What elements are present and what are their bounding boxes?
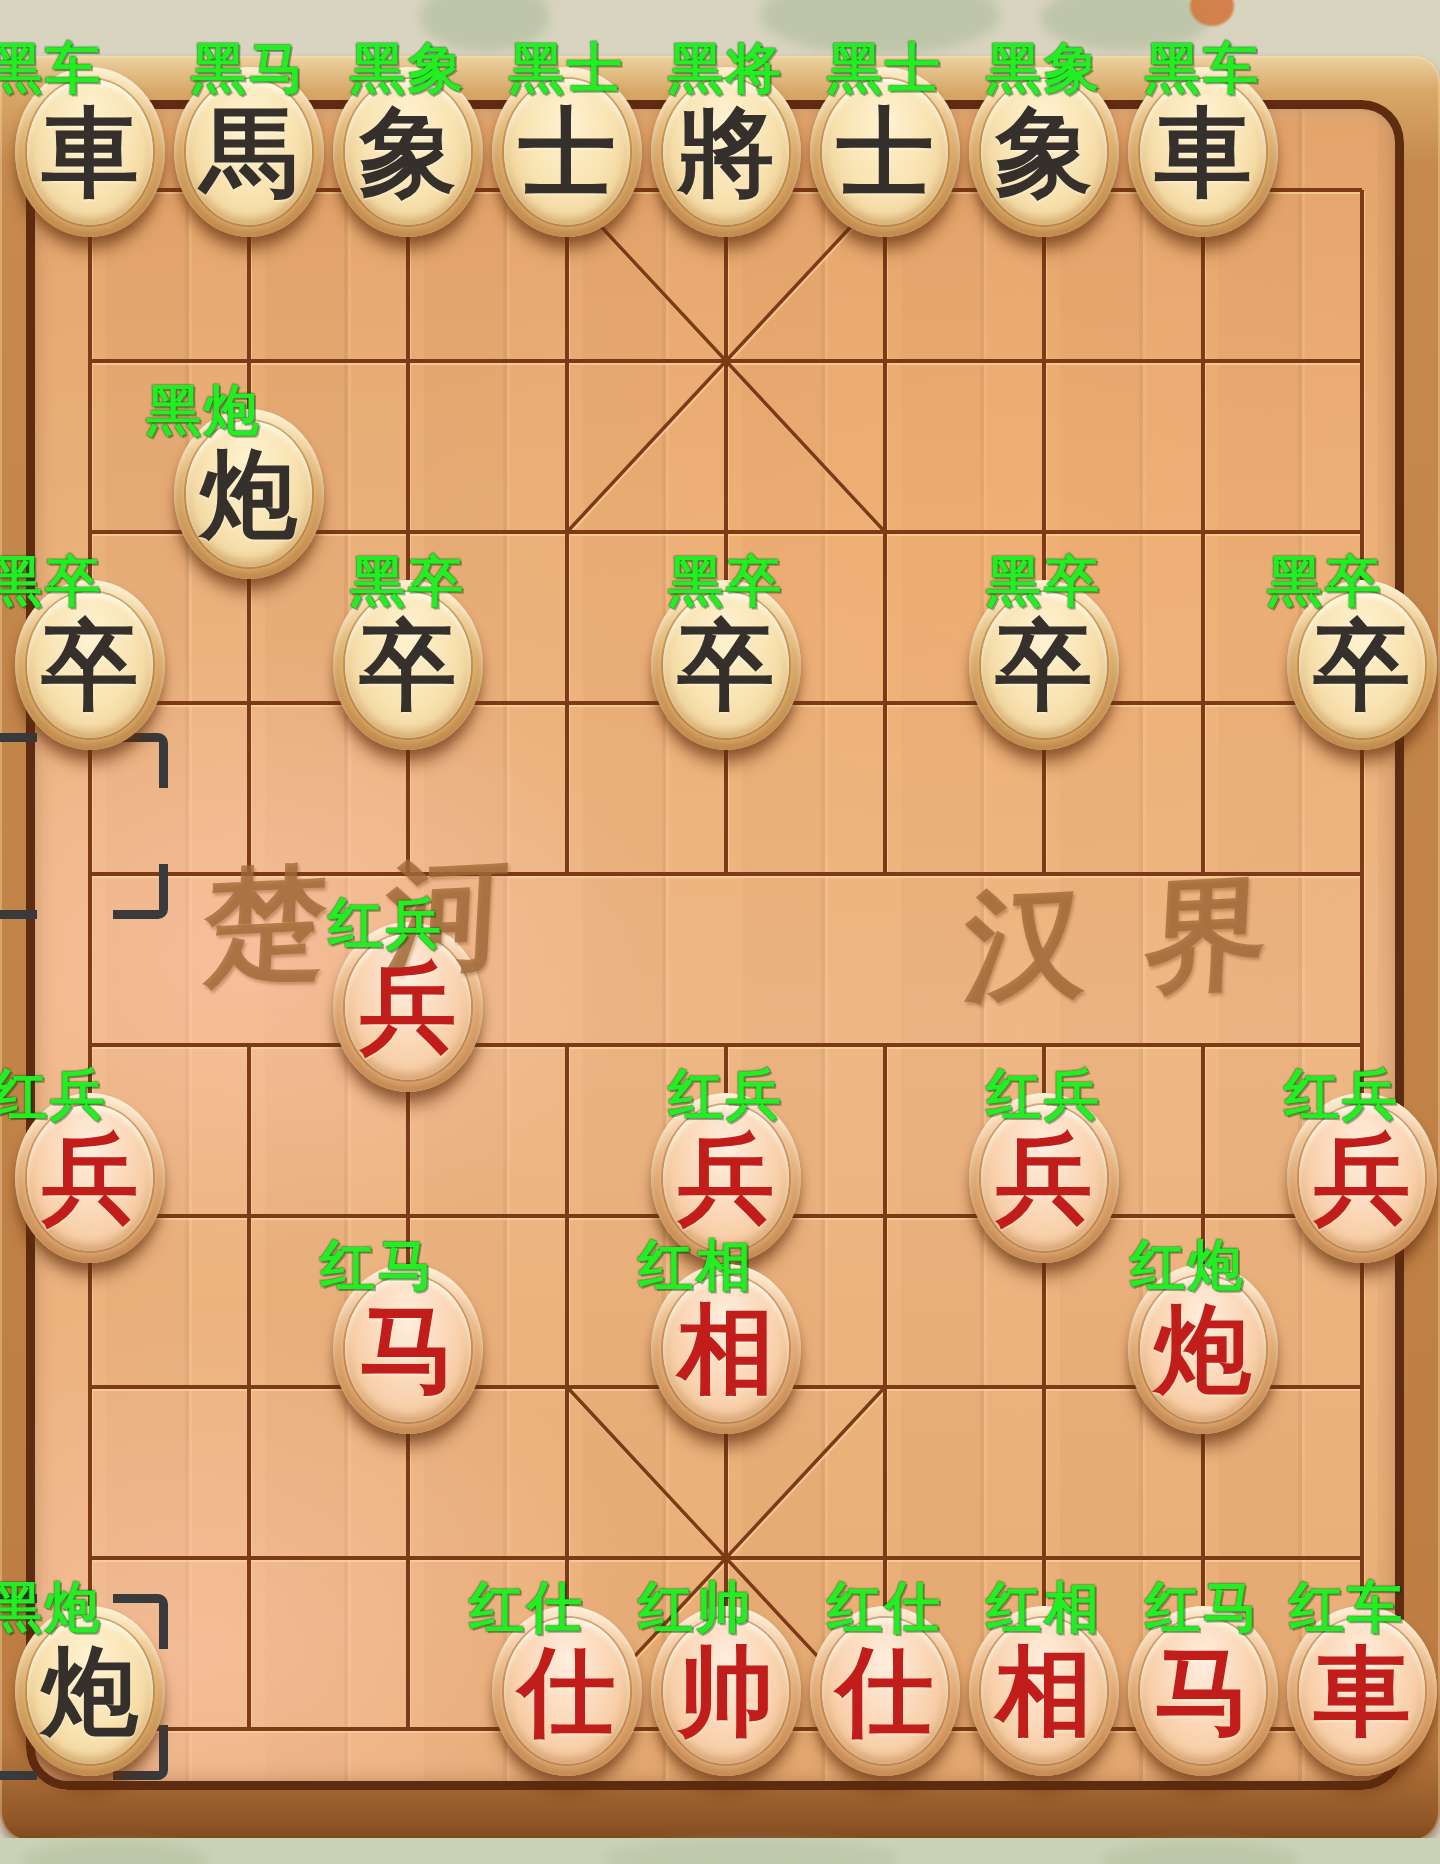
piece-annotation-label: 红兵 [0, 1058, 108, 1132]
piece-annotation-label: 黑卒 [986, 545, 1102, 619]
piece-annotation-label: 红仕 [827, 1571, 943, 1645]
piece-annotation-label: 黑车 [0, 32, 103, 106]
piece-annotation-label: 红仕 [469, 1571, 585, 1645]
piece-annotation-label: 红车 [1289, 1571, 1405, 1645]
decor-blob [1100, 1840, 1300, 1864]
piece-annotation-label: 黑将 [668, 32, 784, 106]
background-art-bottom [0, 1838, 1440, 1864]
piece-annotation-label: 黑卒 [1267, 545, 1383, 619]
piece-annotation-label: 红兵 [1284, 1058, 1400, 1132]
piece-annotation-label: 红兵 [986, 1058, 1102, 1132]
piece-annotation-label: 红马 [1145, 1571, 1261, 1645]
piece-annotation-label: 黑象 [350, 32, 466, 106]
piece-annotation-label: 黑卒 [668, 545, 784, 619]
piece-annotation-label: 红炮 [1130, 1229, 1246, 1303]
piece-annotation-label: 黑卒 [0, 545, 103, 619]
decor-blob [20, 1840, 210, 1864]
xiangqi-app-screenshot: 車黑车馬黑马象黑象士黑士將黑将士黑士象黑象車黑车炮黑炮卒黑卒卒黑卒卒黑卒卒黑卒卒… [0, 0, 1440, 1864]
piece-annotation-label: 黑马 [191, 32, 307, 106]
piece-annotation-label: 红兵 [668, 1058, 784, 1132]
piece-annotation-label: 红兵 [328, 887, 444, 961]
last-move-marker [0, 733, 168, 919]
piece-annotation-label: 黑士 [509, 32, 625, 106]
piece-annotation-label: 红帅 [638, 1571, 754, 1645]
piece-annotation-label: 黑炮 [0, 1571, 103, 1645]
piece-annotation-label: 黑卒 [350, 545, 466, 619]
piece-annotation-label: 红相 [986, 1571, 1102, 1645]
piece-annotation-label: 黑士 [827, 32, 943, 106]
piece-annotation-label: 黑车 [1145, 32, 1261, 106]
piece-annotation-label: 黑象 [986, 32, 1102, 106]
decor-blob [600, 1838, 900, 1864]
piece-annotation-label: 黑炮 [146, 374, 262, 448]
piece-annotation-label: 红马 [320, 1229, 436, 1303]
river-text-right: 汉界 [960, 849, 1330, 1032]
piece-annotation-label: 红相 [638, 1229, 754, 1303]
